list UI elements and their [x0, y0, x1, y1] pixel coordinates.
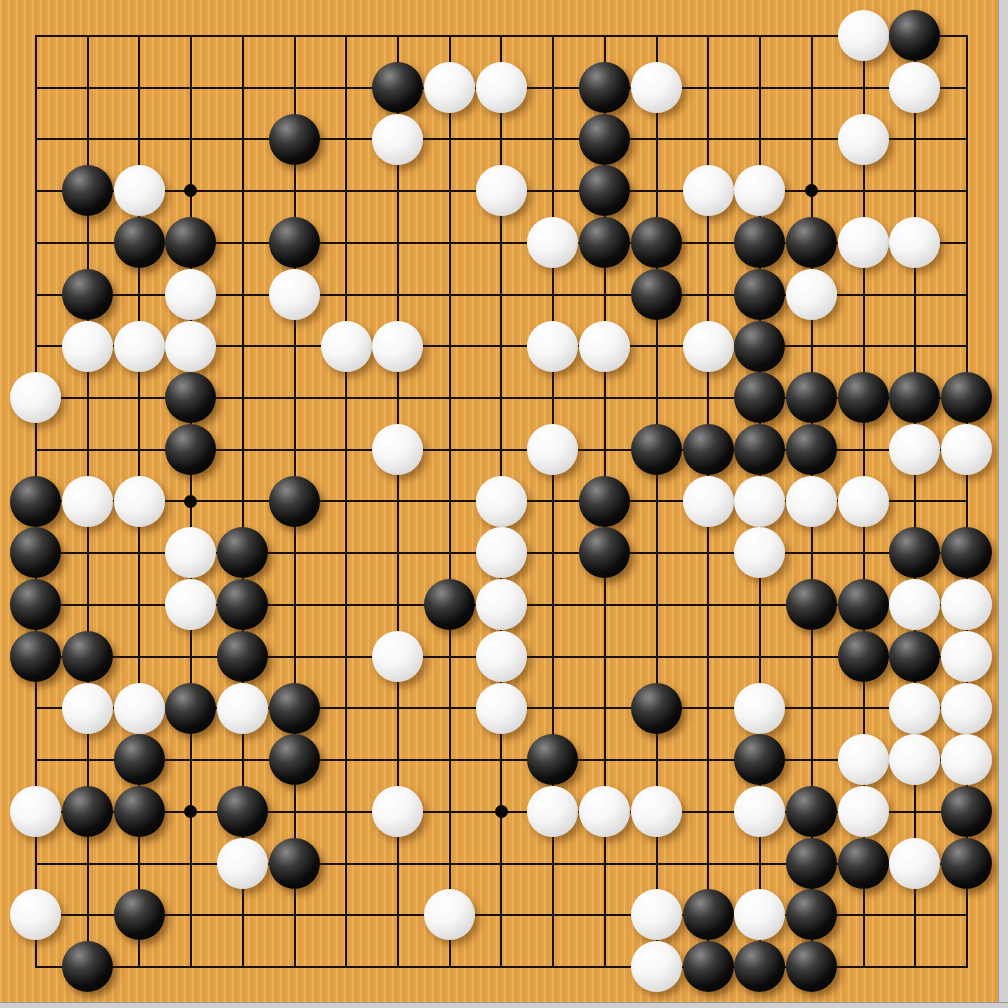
intersection-r12-c10[interactable]	[475, 579, 527, 631]
intersection-r10-c6[interactable]	[268, 475, 320, 527]
intersection-r15-c6[interactable]	[268, 734, 320, 786]
intersection-r5-c7[interactable]	[320, 217, 372, 269]
intersection-r16-c5[interactable]	[217, 786, 269, 838]
intersection-r14-c8[interactable]	[372, 682, 424, 734]
intersection-r15-c15[interactable]	[734, 734, 786, 786]
intersection-r7-c12[interactable]	[579, 320, 631, 372]
intersection-r1-c4[interactable]	[165, 10, 217, 62]
intersection-r15-c9[interactable]	[424, 734, 476, 786]
intersection-r4-c6[interactable]	[268, 165, 320, 217]
intersection-r14-c11[interactable]	[527, 682, 579, 734]
intersection-r11-c13[interactable]	[631, 527, 683, 579]
intersection-r7-c8[interactable]	[372, 320, 424, 372]
intersection-r9-c14[interactable]	[682, 424, 734, 476]
intersection-r15-c19[interactable]	[941, 734, 993, 786]
intersection-r6-c6[interactable]	[268, 268, 320, 320]
intersection-r11-c18[interactable]	[889, 527, 941, 579]
intersection-r4-c15[interactable]	[734, 165, 786, 217]
intersection-r6-c1[interactable]	[10, 268, 62, 320]
intersection-r3-c5[interactable]	[217, 113, 269, 165]
intersection-r3-c18[interactable]	[889, 113, 941, 165]
intersection-r1-c9[interactable]	[424, 10, 476, 62]
intersection-r8-c2[interactable]	[62, 372, 114, 424]
intersection-r13-c18[interactable]	[889, 631, 941, 683]
intersection-r5-c2[interactable]	[62, 217, 114, 269]
intersection-r1-c8[interactable]	[372, 10, 424, 62]
intersection-r11-c19[interactable]	[941, 527, 993, 579]
intersection-r14-c1[interactable]	[10, 682, 62, 734]
intersection-r12-c2[interactable]	[62, 579, 114, 631]
intersection-r11-c10[interactable]	[475, 527, 527, 579]
intersection-r15-c10[interactable]	[475, 734, 527, 786]
intersection-r10-c18[interactable]	[889, 475, 941, 527]
intersection-r3-c4[interactable]	[165, 113, 217, 165]
intersection-r2-c1[interactable]	[10, 62, 62, 114]
intersection-r17-c19[interactable]	[941, 837, 993, 889]
intersection-r10-c4[interactable]	[165, 475, 217, 527]
intersection-r15-c14[interactable]	[682, 734, 734, 786]
intersection-r11-c3[interactable]	[113, 527, 165, 579]
intersection-r13-c6[interactable]	[268, 631, 320, 683]
intersection-r4-c4[interactable]	[165, 165, 217, 217]
intersection-r16-c16[interactable]	[786, 786, 838, 838]
intersection-r8-c11[interactable]	[527, 372, 579, 424]
intersection-r10-c7[interactable]	[320, 475, 372, 527]
intersection-r1-c17[interactable]	[837, 10, 889, 62]
intersection-r19-c10[interactable]	[475, 941, 527, 993]
intersection-r15-c12[interactable]	[579, 734, 631, 786]
intersection-r12-c19[interactable]	[941, 579, 993, 631]
intersection-r6-c19[interactable]	[941, 268, 993, 320]
intersection-r6-c14[interactable]	[682, 268, 734, 320]
intersection-r16-c14[interactable]	[682, 786, 734, 838]
intersection-r10-c1[interactable]	[10, 475, 62, 527]
intersection-r2-c12[interactable]	[579, 62, 631, 114]
intersection-r6-c9[interactable]	[424, 268, 476, 320]
intersection-r6-c15[interactable]	[734, 268, 786, 320]
intersection-r11-c14[interactable]	[682, 527, 734, 579]
intersection-r4-c16[interactable]	[786, 165, 838, 217]
intersection-r10-c12[interactable]	[579, 475, 631, 527]
intersection-r10-c17[interactable]	[837, 475, 889, 527]
intersection-r17-c4[interactable]	[165, 837, 217, 889]
intersection-r7-c9[interactable]	[424, 320, 476, 372]
intersection-r18-c19[interactable]	[941, 889, 993, 941]
intersection-r8-c16[interactable]	[786, 372, 838, 424]
intersection-r11-c17[interactable]	[837, 527, 889, 579]
intersection-r18-c3[interactable]	[113, 889, 165, 941]
intersection-r16-c15[interactable]	[734, 786, 786, 838]
intersection-r14-c10[interactable]	[475, 682, 527, 734]
intersection-r16-c10[interactable]	[475, 786, 527, 838]
intersection-r1-c14[interactable]	[682, 10, 734, 62]
intersection-r1-c10[interactable]	[475, 10, 527, 62]
intersection-r9-c15[interactable]	[734, 424, 786, 476]
intersection-r19-c13[interactable]	[631, 941, 683, 993]
intersection-r17-c14[interactable]	[682, 837, 734, 889]
intersection-r1-c11[interactable]	[527, 10, 579, 62]
intersection-r19-c17[interactable]	[837, 941, 889, 993]
intersection-r10-c16[interactable]	[786, 475, 838, 527]
intersection-r19-c19[interactable]	[941, 941, 993, 993]
intersection-r12-c11[interactable]	[527, 579, 579, 631]
intersection-r1-c19[interactable]	[941, 10, 993, 62]
intersection-r13-c11[interactable]	[527, 631, 579, 683]
intersection-r12-c4[interactable]	[165, 579, 217, 631]
intersection-r8-c14[interactable]	[682, 372, 734, 424]
intersection-r4-c10[interactable]	[475, 165, 527, 217]
intersection-r8-c7[interactable]	[320, 372, 372, 424]
intersection-r5-c6[interactable]	[268, 217, 320, 269]
intersection-r5-c4[interactable]	[165, 217, 217, 269]
intersection-r2-c19[interactable]	[941, 62, 993, 114]
intersection-r2-c11[interactable]	[527, 62, 579, 114]
intersection-r8-c8[interactable]	[372, 372, 424, 424]
intersection-r3-c16[interactable]	[786, 113, 838, 165]
intersection-r15-c16[interactable]	[786, 734, 838, 786]
intersection-r4-c17[interactable]	[837, 165, 889, 217]
intersection-r3-c7[interactable]	[320, 113, 372, 165]
intersection-r17-c10[interactable]	[475, 837, 527, 889]
intersection-r18-c15[interactable]	[734, 889, 786, 941]
intersection-r10-c13[interactable]	[631, 475, 683, 527]
intersection-r19-c11[interactable]	[527, 941, 579, 993]
intersection-r8-c6[interactable]	[268, 372, 320, 424]
intersection-r6-c2[interactable]	[62, 268, 114, 320]
intersection-r12-c5[interactable]	[217, 579, 269, 631]
intersection-r11-c1[interactable]	[10, 527, 62, 579]
intersection-r14-c7[interactable]	[320, 682, 372, 734]
intersection-r10-c8[interactable]	[372, 475, 424, 527]
intersection-r14-c2[interactable]	[62, 682, 114, 734]
intersection-r12-c6[interactable]	[268, 579, 320, 631]
intersection-r16-c1[interactable]	[10, 786, 62, 838]
intersection-r9-c17[interactable]	[837, 424, 889, 476]
intersection-r4-c12[interactable]	[579, 165, 631, 217]
intersection-r16-c2[interactable]	[62, 786, 114, 838]
intersection-r18-c18[interactable]	[889, 889, 941, 941]
intersection-r14-c6[interactable]	[268, 682, 320, 734]
intersection-r9-c19[interactable]	[941, 424, 993, 476]
intersection-r4-c13[interactable]	[631, 165, 683, 217]
intersection-r17-c17[interactable]	[837, 837, 889, 889]
intersection-r9-c2[interactable]	[62, 424, 114, 476]
intersection-r2-c6[interactable]	[268, 62, 320, 114]
intersection-r5-c8[interactable]	[372, 217, 424, 269]
intersection-r1-c12[interactable]	[579, 10, 631, 62]
intersection-r14-c19[interactable]	[941, 682, 993, 734]
intersection-r11-c12[interactable]	[579, 527, 631, 579]
intersection-r7-c18[interactable]	[889, 320, 941, 372]
intersection-r16-c19[interactable]	[941, 786, 993, 838]
intersection-r8-c18[interactable]	[889, 372, 941, 424]
intersection-r3-c9[interactable]	[424, 113, 476, 165]
intersection-r4-c18[interactable]	[889, 165, 941, 217]
intersection-r5-c18[interactable]	[889, 217, 941, 269]
intersection-r6-c17[interactable]	[837, 268, 889, 320]
intersection-r12-c14[interactable]	[682, 579, 734, 631]
intersection-r2-c17[interactable]	[837, 62, 889, 114]
intersection-r7-c1[interactable]	[10, 320, 62, 372]
intersection-r6-c11[interactable]	[527, 268, 579, 320]
intersection-r8-c5[interactable]	[217, 372, 269, 424]
intersection-r9-c4[interactable]	[165, 424, 217, 476]
intersection-r3-c2[interactable]	[62, 113, 114, 165]
intersection-r7-c10[interactable]	[475, 320, 527, 372]
intersection-r15-c17[interactable]	[837, 734, 889, 786]
intersection-r15-c5[interactable]	[217, 734, 269, 786]
intersection-r1-c2[interactable]	[62, 10, 114, 62]
intersection-r18-c10[interactable]	[475, 889, 527, 941]
intersection-r16-c3[interactable]	[113, 786, 165, 838]
intersection-r18-c9[interactable]	[424, 889, 476, 941]
intersection-r12-c17[interactable]	[837, 579, 889, 631]
intersection-r4-c2[interactable]	[62, 165, 114, 217]
intersection-r12-c15[interactable]	[734, 579, 786, 631]
intersection-r9-c5[interactable]	[217, 424, 269, 476]
intersection-r11-c16[interactable]	[786, 527, 838, 579]
intersection-r10-c11[interactable]	[527, 475, 579, 527]
intersection-r7-c5[interactable]	[217, 320, 269, 372]
intersection-r8-c9[interactable]	[424, 372, 476, 424]
intersection-r14-c5[interactable]	[217, 682, 269, 734]
intersection-r3-c3[interactable]	[113, 113, 165, 165]
intersection-r4-c9[interactable]	[424, 165, 476, 217]
intersection-r8-c19[interactable]	[941, 372, 993, 424]
intersection-r5-c14[interactable]	[682, 217, 734, 269]
intersection-r7-c6[interactable]	[268, 320, 320, 372]
intersection-r18-c14[interactable]	[682, 889, 734, 941]
intersection-r17-c8[interactable]	[372, 837, 424, 889]
intersection-r14-c15[interactable]	[734, 682, 786, 734]
intersection-r12-c13[interactable]	[631, 579, 683, 631]
intersection-r4-c1[interactable]	[10, 165, 62, 217]
intersection-r13-c5[interactable]	[217, 631, 269, 683]
intersection-r16-c7[interactable]	[320, 786, 372, 838]
intersection-r1-c15[interactable]	[734, 10, 786, 62]
intersection-r2-c10[interactable]	[475, 62, 527, 114]
intersection-r13-c16[interactable]	[786, 631, 838, 683]
intersection-r8-c10[interactable]	[475, 372, 527, 424]
intersection-r13-c4[interactable]	[165, 631, 217, 683]
intersection-r3-c10[interactable]	[475, 113, 527, 165]
intersection-r1-c7[interactable]	[320, 10, 372, 62]
intersection-r1-c6[interactable]	[268, 10, 320, 62]
intersection-r2-c9[interactable]	[424, 62, 476, 114]
intersection-r10-c10[interactable]	[475, 475, 527, 527]
intersection-r4-c11[interactable]	[527, 165, 579, 217]
intersection-r7-c11[interactable]	[527, 320, 579, 372]
intersection-r13-c12[interactable]	[579, 631, 631, 683]
intersection-r13-c9[interactable]	[424, 631, 476, 683]
intersection-r2-c8[interactable]	[372, 62, 424, 114]
intersection-r19-c4[interactable]	[165, 941, 217, 993]
intersection-r6-c13[interactable]	[631, 268, 683, 320]
intersection-r15-c13[interactable]	[631, 734, 683, 786]
intersection-r15-c3[interactable]	[113, 734, 165, 786]
intersection-r10-c19[interactable]	[941, 475, 993, 527]
intersection-r8-c13[interactable]	[631, 372, 683, 424]
intersection-r1-c18[interactable]	[889, 10, 941, 62]
intersection-r8-c12[interactable]	[579, 372, 631, 424]
intersection-r4-c19[interactable]	[941, 165, 993, 217]
intersection-r18-c8[interactable]	[372, 889, 424, 941]
intersection-r16-c17[interactable]	[837, 786, 889, 838]
intersection-r9-c11[interactable]	[527, 424, 579, 476]
intersection-r17-c13[interactable]	[631, 837, 683, 889]
intersection-r13-c13[interactable]	[631, 631, 683, 683]
intersection-r16-c8[interactable]	[372, 786, 424, 838]
intersection-r18-c12[interactable]	[579, 889, 631, 941]
intersection-r7-c14[interactable]	[682, 320, 734, 372]
intersection-r3-c11[interactable]	[527, 113, 579, 165]
intersection-r9-c6[interactable]	[268, 424, 320, 476]
intersection-r14-c18[interactable]	[889, 682, 941, 734]
intersection-r13-c3[interactable]	[113, 631, 165, 683]
intersection-r16-c6[interactable]	[268, 786, 320, 838]
intersection-r9-c8[interactable]	[372, 424, 424, 476]
intersection-r19-c6[interactable]	[268, 941, 320, 993]
intersection-r5-c1[interactable]	[10, 217, 62, 269]
intersection-r16-c12[interactable]	[579, 786, 631, 838]
intersection-r5-c10[interactable]	[475, 217, 527, 269]
intersection-r14-c17[interactable]	[837, 682, 889, 734]
intersection-r4-c7[interactable]	[320, 165, 372, 217]
intersection-r1-c13[interactable]	[631, 10, 683, 62]
intersection-r10-c5[interactable]	[217, 475, 269, 527]
intersection-r18-c6[interactable]	[268, 889, 320, 941]
intersection-r7-c16[interactable]	[786, 320, 838, 372]
intersection-r3-c1[interactable]	[10, 113, 62, 165]
intersection-r7-c4[interactable]	[165, 320, 217, 372]
intersection-r3-c15[interactable]	[734, 113, 786, 165]
intersection-r5-c5[interactable]	[217, 217, 269, 269]
intersection-r3-c6[interactable]	[268, 113, 320, 165]
intersection-r2-c15[interactable]	[734, 62, 786, 114]
intersection-r18-c2[interactable]	[62, 889, 114, 941]
intersection-r4-c5[interactable]	[217, 165, 269, 217]
intersection-r5-c12[interactable]	[579, 217, 631, 269]
intersection-r3-c8[interactable]	[372, 113, 424, 165]
intersection-r13-c1[interactable]	[10, 631, 62, 683]
intersection-r8-c1[interactable]	[10, 372, 62, 424]
intersection-r12-c1[interactable]	[10, 579, 62, 631]
intersection-r11-c9[interactable]	[424, 527, 476, 579]
intersection-r2-c14[interactable]	[682, 62, 734, 114]
intersection-r14-c4[interactable]	[165, 682, 217, 734]
intersection-r1-c16[interactable]	[786, 10, 838, 62]
intersection-r9-c13[interactable]	[631, 424, 683, 476]
intersection-r6-c16[interactable]	[786, 268, 838, 320]
intersection-r8-c4[interactable]	[165, 372, 217, 424]
intersection-r6-c7[interactable]	[320, 268, 372, 320]
intersection-r8-c17[interactable]	[837, 372, 889, 424]
intersection-r10-c2[interactable]	[62, 475, 114, 527]
intersection-r16-c13[interactable]	[631, 786, 683, 838]
intersection-r18-c1[interactable]	[10, 889, 62, 941]
intersection-r14-c3[interactable]	[113, 682, 165, 734]
intersection-r13-c7[interactable]	[320, 631, 372, 683]
intersection-r15-c2[interactable]	[62, 734, 114, 786]
intersection-r19-c18[interactable]	[889, 941, 941, 993]
intersection-r5-c15[interactable]	[734, 217, 786, 269]
intersection-r11-c7[interactable]	[320, 527, 372, 579]
intersection-r17-c16[interactable]	[786, 837, 838, 889]
intersection-r19-c5[interactable]	[217, 941, 269, 993]
intersection-r17-c7[interactable]	[320, 837, 372, 889]
intersection-r4-c14[interactable]	[682, 165, 734, 217]
intersection-r12-c8[interactable]	[372, 579, 424, 631]
intersection-r14-c16[interactable]	[786, 682, 838, 734]
intersection-r2-c4[interactable]	[165, 62, 217, 114]
intersection-r17-c12[interactable]	[579, 837, 631, 889]
intersection-r6-c3[interactable]	[113, 268, 165, 320]
intersection-r19-c2[interactable]	[62, 941, 114, 993]
intersection-r13-c14[interactable]	[682, 631, 734, 683]
intersection-r18-c5[interactable]	[217, 889, 269, 941]
intersection-r7-c13[interactable]	[631, 320, 683, 372]
intersection-r11-c11[interactable]	[527, 527, 579, 579]
intersection-r9-c3[interactable]	[113, 424, 165, 476]
intersection-r17-c3[interactable]	[113, 837, 165, 889]
intersection-r13-c2[interactable]	[62, 631, 114, 683]
intersection-r14-c9[interactable]	[424, 682, 476, 734]
intersection-r3-c12[interactable]	[579, 113, 631, 165]
intersection-r14-c12[interactable]	[579, 682, 631, 734]
intersection-r13-c17[interactable]	[837, 631, 889, 683]
intersection-r7-c15[interactable]	[734, 320, 786, 372]
intersection-r12-c16[interactable]	[786, 579, 838, 631]
intersection-r17-c1[interactable]	[10, 837, 62, 889]
intersection-r3-c13[interactable]	[631, 113, 683, 165]
intersection-r1-c3[interactable]	[113, 10, 165, 62]
intersection-r13-c15[interactable]	[734, 631, 786, 683]
intersection-r18-c17[interactable]	[837, 889, 889, 941]
intersection-r10-c3[interactable]	[113, 475, 165, 527]
intersection-r2-c3[interactable]	[113, 62, 165, 114]
intersection-r9-c10[interactable]	[475, 424, 527, 476]
intersection-r1-c1[interactable]	[10, 10, 62, 62]
intersection-r17-c11[interactable]	[527, 837, 579, 889]
intersection-r13-c19[interactable]	[941, 631, 993, 683]
intersection-r8-c3[interactable]	[113, 372, 165, 424]
intersection-r11-c5[interactable]	[217, 527, 269, 579]
intersection-r19-c15[interactable]	[734, 941, 786, 993]
intersection-r2-c7[interactable]	[320, 62, 372, 114]
intersection-r12-c3[interactable]	[113, 579, 165, 631]
intersection-r17-c5[interactable]	[217, 837, 269, 889]
intersection-r13-c8[interactable]	[372, 631, 424, 683]
intersection-r12-c7[interactable]	[320, 579, 372, 631]
intersection-r19-c16[interactable]	[786, 941, 838, 993]
intersection-r7-c17[interactable]	[837, 320, 889, 372]
intersection-r5-c19[interactable]	[941, 217, 993, 269]
intersection-r16-c18[interactable]	[889, 786, 941, 838]
intersection-r1-c5[interactable]	[217, 10, 269, 62]
intersection-r15-c8[interactable]	[372, 734, 424, 786]
intersection-r14-c14[interactable]	[682, 682, 734, 734]
intersection-r9-c16[interactable]	[786, 424, 838, 476]
intersection-r19-c3[interactable]	[113, 941, 165, 993]
intersection-r17-c6[interactable]	[268, 837, 320, 889]
intersection-r15-c1[interactable]	[10, 734, 62, 786]
intersection-r12-c12[interactable]	[579, 579, 631, 631]
intersection-r15-c11[interactable]	[527, 734, 579, 786]
intersection-r17-c9[interactable]	[424, 837, 476, 889]
intersection-r7-c7[interactable]	[320, 320, 372, 372]
intersection-r7-c19[interactable]	[941, 320, 993, 372]
intersection-r10-c9[interactable]	[424, 475, 476, 527]
